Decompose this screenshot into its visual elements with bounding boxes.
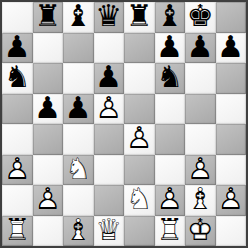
square-e2[interactable]: ♞♘: [124, 185, 155, 216]
black-knight-piece: ♞: [2, 63, 33, 94]
square-b1[interactable]: [33, 216, 64, 247]
square-e4[interactable]: ♟♙: [124, 124, 155, 155]
square-a5[interactable]: [2, 94, 33, 125]
square-c7[interactable]: [63, 33, 94, 64]
square-c8[interactable]: ♝: [63, 2, 94, 33]
white-bishop-piece: ♝♗: [63, 216, 94, 247]
white-queen-piece: ♛♕: [94, 216, 125, 247]
white-rook-piece: ♜♖: [155, 216, 186, 247]
square-e6[interactable]: [124, 63, 155, 94]
black-rook-piece: ♜: [33, 2, 64, 33]
white-knight-piece: ♞♘: [63, 155, 94, 186]
square-d4[interactable]: [94, 124, 125, 155]
square-a3[interactable]: ♟♙: [2, 155, 33, 186]
black-pawn-piece: ♟: [216, 33, 247, 64]
square-e1[interactable]: [124, 216, 155, 247]
square-h5[interactable]: [216, 94, 247, 125]
white-pawn-piece: ♟♙: [94, 94, 125, 125]
square-d1[interactable]: ♛♕: [94, 216, 125, 247]
black-pawn-piece: ♟: [185, 33, 216, 64]
square-g7[interactable]: ♟: [185, 33, 216, 64]
square-c5[interactable]: ♟: [63, 94, 94, 125]
white-rook-piece: ♜♖: [2, 216, 33, 247]
white-pawn-piece: ♟♙: [124, 124, 155, 155]
black-bishop-piece: ♝: [63, 2, 94, 33]
square-g5[interactable]: [185, 94, 216, 125]
white-pawn-piece: ♟♙: [216, 185, 247, 216]
square-b8[interactable]: ♜: [33, 2, 64, 33]
white-king-piece: ♚♔: [185, 216, 216, 247]
square-f5[interactable]: [155, 94, 186, 125]
square-e7[interactable]: [124, 33, 155, 64]
square-h2[interactable]: ♟♙: [216, 185, 247, 216]
black-knight-piece: ♞: [155, 63, 186, 94]
square-b7[interactable]: [33, 33, 64, 64]
black-queen-piece: ♛: [94, 2, 125, 33]
square-g6[interactable]: [185, 63, 216, 94]
square-a1[interactable]: ♜♖: [2, 216, 33, 247]
square-h6[interactable]: [216, 63, 247, 94]
square-b5[interactable]: ♟: [33, 94, 64, 125]
square-e8[interactable]: ♜: [124, 2, 155, 33]
square-d8[interactable]: ♛: [94, 2, 125, 33]
square-h7[interactable]: ♟: [216, 33, 247, 64]
white-pawn-piece: ♟♙: [33, 185, 64, 216]
black-pawn-piece: ♟: [63, 94, 94, 125]
square-a6[interactable]: ♞: [2, 63, 33, 94]
black-pawn-piece: ♟: [33, 94, 64, 125]
chess-board: ♜♝♛♜♝♚♟♟♟♟♞♟♞♟♟♟♙♟♙♟♙♞♘♟♙♟♙♞♘♟♙♝♗♟♙♜♖♝♗♛…: [0, 0, 248, 248]
black-rook-piece: ♜: [124, 2, 155, 33]
square-b2[interactable]: ♟♙: [33, 185, 64, 216]
white-knight-piece: ♞♘: [124, 185, 155, 216]
square-f4[interactable]: [155, 124, 186, 155]
square-c3[interactable]: ♞♘: [63, 155, 94, 186]
square-d3[interactable]: [94, 155, 125, 186]
white-pawn-piece: ♟♙: [2, 155, 33, 186]
square-b4[interactable]: [33, 124, 64, 155]
square-f6[interactable]: ♞: [155, 63, 186, 94]
square-d5[interactable]: ♟♙: [94, 94, 125, 125]
square-h4[interactable]: [216, 124, 247, 155]
square-h1[interactable]: [216, 216, 247, 247]
square-c1[interactable]: ♝♗: [63, 216, 94, 247]
square-g1[interactable]: ♚♔: [185, 216, 216, 247]
square-f1[interactable]: ♜♖: [155, 216, 186, 247]
